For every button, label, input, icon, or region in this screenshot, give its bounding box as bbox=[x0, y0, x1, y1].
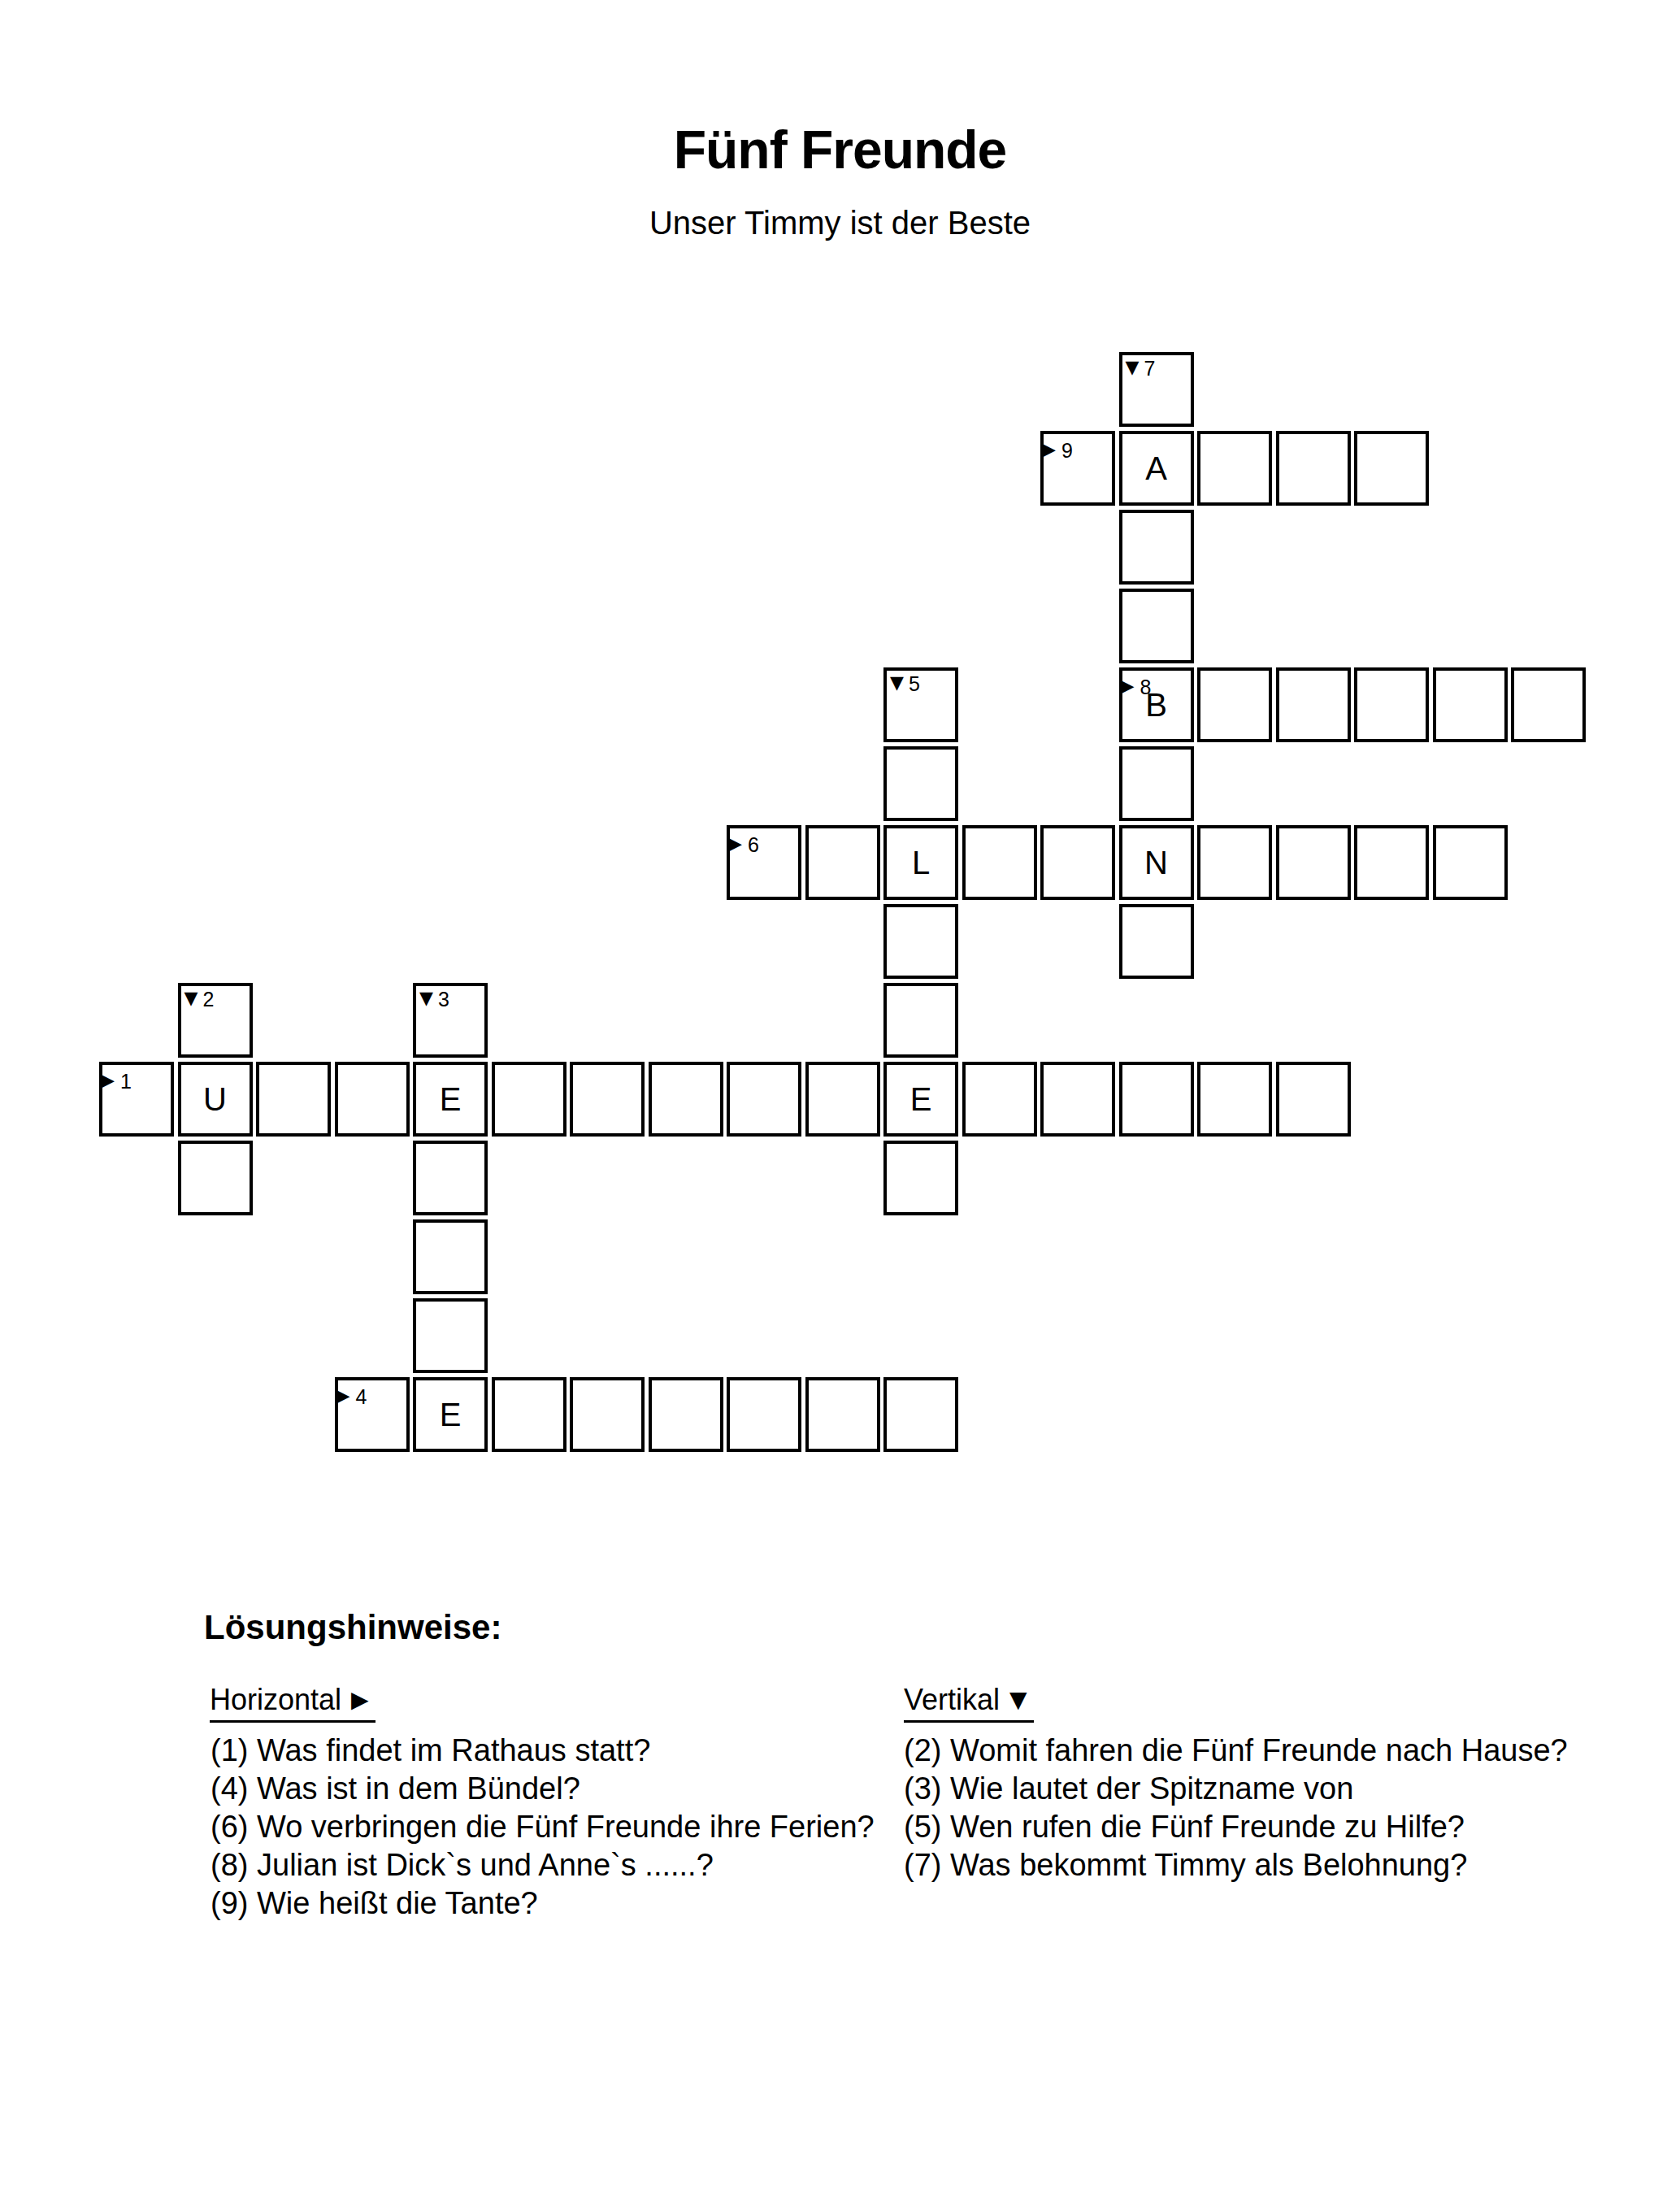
grid-cell[interactable] bbox=[727, 1062, 801, 1137]
clue-number: 4 bbox=[355, 1387, 367, 1407]
grid-cell[interactable] bbox=[1119, 904, 1194, 979]
clue-number: 1 bbox=[120, 1071, 132, 1092]
grid-cell[interactable]: A bbox=[1119, 431, 1194, 506]
across-marker: ▶6 bbox=[728, 835, 759, 855]
across-arrow-icon: ▶ bbox=[728, 835, 742, 853]
grid-cell[interactable] bbox=[1433, 825, 1508, 900]
grid-cell[interactable]: ▼5 bbox=[883, 667, 958, 742]
grid-cell[interactable] bbox=[1433, 667, 1508, 742]
crossword-grid: ▼7▶9A▼5B▶8▶6LN▼2▼3▶1UEE▶4E bbox=[99, 352, 1586, 1452]
grid-cell[interactable] bbox=[1119, 746, 1194, 821]
clue-number: 8 bbox=[1140, 677, 1151, 698]
grid-cell[interactable] bbox=[256, 1062, 331, 1137]
grid-cell[interactable] bbox=[1276, 431, 1351, 506]
down-arrow-icon: ▼ bbox=[1126, 359, 1140, 376]
clue-item: (2) Womit fahren die Fünf Freunde nach H… bbox=[904, 1732, 1568, 1770]
grid-cell[interactable] bbox=[1119, 1062, 1194, 1137]
across-clues: (1) Was findet im Rathaus statt?(4) Was … bbox=[211, 1732, 875, 1923]
across-arrow-icon: ▶ bbox=[336, 1387, 350, 1405]
clue-number: 6 bbox=[748, 835, 759, 855]
grid-cell[interactable] bbox=[1197, 1062, 1272, 1137]
grid-cell[interactable]: U bbox=[178, 1062, 253, 1137]
grid-cell[interactable] bbox=[335, 1062, 410, 1137]
down-marker: ▼7 bbox=[1126, 359, 1156, 379]
hints-heading: Lösungshinweise: bbox=[204, 1608, 501, 1646]
grid-cell[interactable] bbox=[1197, 431, 1272, 506]
grid-cell[interactable]: ▶4 bbox=[335, 1377, 410, 1452]
grid-cell[interactable] bbox=[883, 1377, 958, 1452]
down-arrow-icon: ▼ bbox=[1009, 1689, 1027, 1711]
grid-cell[interactable] bbox=[413, 1298, 488, 1373]
cell-letter: U bbox=[203, 1083, 227, 1115]
across-arrow-icon: ▶ bbox=[101, 1071, 115, 1089]
clue-number: 9 bbox=[1061, 441, 1073, 461]
grid-cell[interactable] bbox=[1040, 1062, 1115, 1137]
down-marker: ▼5 bbox=[890, 674, 920, 694]
grid-cell[interactable] bbox=[570, 1377, 645, 1452]
grid-cell[interactable] bbox=[1119, 510, 1194, 585]
grid-cell[interactable] bbox=[1197, 825, 1272, 900]
grid-cell[interactable] bbox=[178, 1141, 253, 1215]
down-arrow-icon: ▼ bbox=[890, 674, 904, 692]
grid-cell[interactable] bbox=[1354, 667, 1429, 742]
grid-cell[interactable] bbox=[1276, 667, 1351, 742]
grid-cell[interactable] bbox=[962, 825, 1037, 900]
cell-letter: E bbox=[440, 1083, 462, 1115]
clue-item: (1) Was findet im Rathaus statt? bbox=[211, 1732, 875, 1770]
grid-cell[interactable] bbox=[649, 1062, 723, 1137]
grid-cell[interactable] bbox=[805, 1062, 880, 1137]
grid-cell[interactable]: E bbox=[413, 1377, 488, 1452]
cell-letter: N bbox=[1144, 846, 1168, 879]
cell-letter: E bbox=[910, 1083, 932, 1115]
grid-cell[interactable] bbox=[1197, 667, 1272, 742]
grid-cell[interactable]: ▼7 bbox=[1119, 352, 1194, 427]
cell-letter: L bbox=[912, 846, 930, 879]
cell-letter: E bbox=[440, 1398, 462, 1431]
grid-cell[interactable] bbox=[883, 904, 958, 979]
grid-cell[interactable]: ▶9 bbox=[1040, 431, 1115, 506]
grid-cell[interactable] bbox=[413, 1219, 488, 1294]
down-heading: Vertikal ▼ bbox=[904, 1684, 1034, 1723]
grid-cell[interactable] bbox=[805, 1377, 880, 1452]
clue-number: 7 bbox=[1144, 359, 1155, 379]
grid-cell[interactable] bbox=[1276, 1062, 1351, 1137]
across-arrow-icon: ▶ bbox=[351, 1689, 369, 1711]
clue-item: (7) Was bekommt Timmy als Belohnung? bbox=[904, 1846, 1568, 1884]
grid-cell[interactable] bbox=[413, 1141, 488, 1215]
grid-cell[interactable] bbox=[649, 1377, 723, 1452]
across-heading: Horizontal ▶ bbox=[210, 1684, 376, 1723]
clue-item: (3) Wie lautet der Spitzname von bbox=[904, 1770, 1568, 1808]
cell-letter: A bbox=[1145, 452, 1167, 485]
down-clues: (2) Womit fahren die Fünf Freunde nach H… bbox=[904, 1732, 1568, 1884]
grid-cell[interactable]: ▶6 bbox=[727, 825, 801, 900]
grid-cell[interactable]: N bbox=[1119, 825, 1194, 900]
down-marker: ▼2 bbox=[184, 989, 215, 1010]
clue-item: (8) Julian ist Dick`s und Anne`s ......? bbox=[211, 1846, 875, 1884]
grid-cell[interactable] bbox=[883, 1141, 958, 1215]
grid-cell[interactable] bbox=[883, 746, 958, 821]
grid-cell[interactable] bbox=[570, 1062, 645, 1137]
clue-number: 3 bbox=[438, 989, 449, 1010]
clue-item: (9) Wie heißt die Tante? bbox=[211, 1884, 875, 1923]
across-marker: ▶9 bbox=[1042, 441, 1073, 461]
across-label: Horizontal bbox=[210, 1684, 341, 1716]
across-marker: ▶8 bbox=[1121, 677, 1152, 698]
grid-cell[interactable] bbox=[1119, 589, 1194, 663]
across-arrow-icon: ▶ bbox=[1121, 677, 1135, 695]
down-arrow-icon: ▼ bbox=[184, 989, 198, 1007]
grid-cell[interactable] bbox=[805, 825, 880, 900]
grid-cell[interactable] bbox=[883, 983, 958, 1058]
page-subtitle: Unser Timmy ist der Beste bbox=[0, 206, 1680, 239]
clue-item: (6) Wo verbringen die Fünf Freunde ihre … bbox=[211, 1808, 875, 1846]
grid-cell[interactable] bbox=[492, 1377, 567, 1452]
down-label: Vertikal bbox=[904, 1684, 1000, 1716]
across-marker: ▶1 bbox=[101, 1071, 132, 1092]
clue-number: 2 bbox=[202, 989, 214, 1010]
grid-cell[interactable] bbox=[962, 1062, 1037, 1137]
grid-cell[interactable]: ▼3 bbox=[413, 983, 488, 1058]
grid-cell[interactable]: ▼2 bbox=[178, 983, 253, 1058]
down-arrow-icon: ▼ bbox=[419, 989, 433, 1007]
grid-cell[interactable] bbox=[1354, 825, 1429, 900]
grid-cell[interactable] bbox=[1040, 825, 1115, 900]
clue-item: (5) Wen rufen die Fünf Freunde zu Hilfe? bbox=[904, 1808, 1568, 1846]
clue-item: (4) Was ist in dem Bündel? bbox=[211, 1770, 875, 1808]
grid-cell[interactable]: L bbox=[883, 825, 958, 900]
grid-cell[interactable] bbox=[1276, 825, 1351, 900]
grid-cell[interactable]: ▶1 bbox=[99, 1062, 174, 1137]
clue-number: 5 bbox=[909, 674, 920, 694]
grid-cell[interactable]: E bbox=[883, 1062, 958, 1137]
grid-cell[interactable] bbox=[1354, 431, 1429, 506]
grid-cell[interactable] bbox=[1511, 667, 1586, 742]
across-marker: ▶4 bbox=[336, 1387, 367, 1407]
grid-cell[interactable] bbox=[492, 1062, 567, 1137]
across-arrow-icon: ▶ bbox=[1042, 441, 1056, 459]
grid-cell[interactable]: E bbox=[413, 1062, 488, 1137]
grid-cell[interactable]: B▶8 bbox=[1119, 667, 1194, 742]
down-marker: ▼3 bbox=[419, 989, 449, 1010]
grid-cell[interactable] bbox=[727, 1377, 801, 1452]
page-title: Fünf Freunde bbox=[0, 123, 1680, 176]
